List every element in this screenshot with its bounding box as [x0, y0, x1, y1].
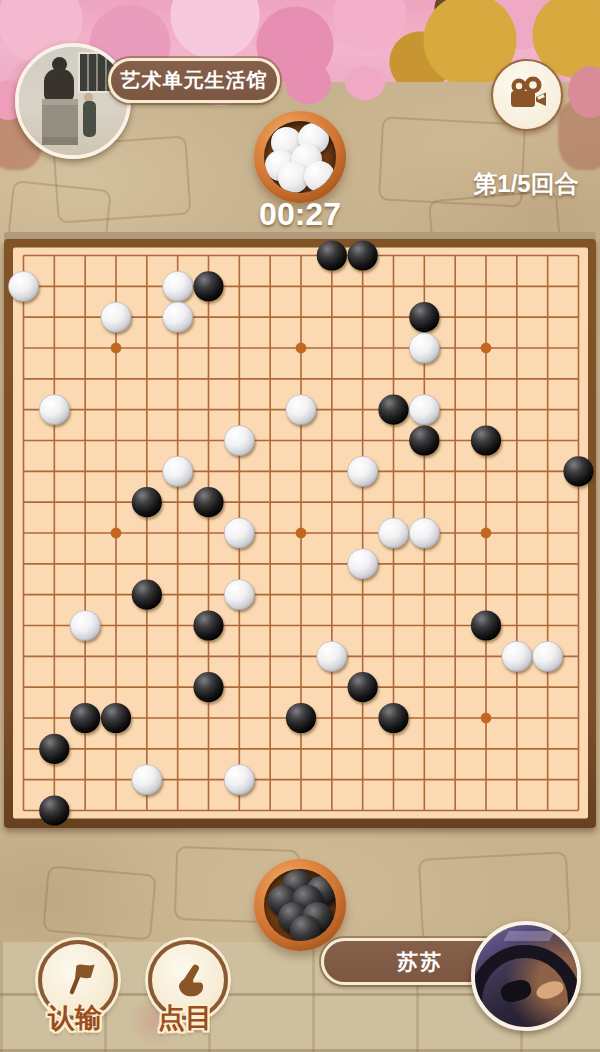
flag-icon — [58, 960, 98, 1000]
stone-white — [224, 765, 254, 795]
star-point — [296, 343, 307, 354]
stone-white — [409, 333, 439, 363]
score-label[interactable]: 点目 — [130, 1000, 240, 1036]
stone-white — [70, 610, 100, 640]
stone-white — [533, 641, 563, 671]
star-point — [111, 528, 122, 539]
stone-black — [563, 456, 593, 486]
player-name: 苏苏 — [397, 948, 443, 976]
stone-white — [39, 395, 69, 425]
star-point — [481, 528, 492, 539]
player-avatar-photo — [475, 925, 577, 1027]
stone-white — [409, 395, 439, 425]
stone-white — [224, 425, 254, 455]
stone-white — [224, 580, 254, 610]
stone-white — [348, 549, 378, 579]
stone-black — [348, 240, 378, 270]
stone-white — [348, 456, 378, 486]
star-point — [296, 528, 307, 539]
round-indicator: 第1/5回合 — [455, 168, 597, 200]
stone-black — [286, 703, 316, 733]
star-point — [481, 713, 492, 724]
white-bowl-stones — [264, 121, 336, 193]
stone-black — [70, 703, 100, 733]
black-stone-bowl — [254, 859, 346, 951]
stone-white — [8, 271, 38, 301]
stone-black — [409, 302, 439, 332]
stone-white — [378, 518, 408, 548]
black-bowl-stones — [264, 869, 336, 941]
board-grid — [4, 239, 596, 828]
resign-label[interactable]: 认输 — [20, 1000, 130, 1036]
stone-black — [378, 395, 408, 425]
star-point — [481, 343, 492, 354]
windshield-glint — [503, 931, 555, 941]
opponent-avatar[interactable] — [15, 43, 131, 159]
statue-pedestal — [42, 99, 78, 145]
stone-white — [224, 518, 254, 548]
player-avatar[interactable] — [471, 921, 581, 1031]
pointing-hand-icon — [168, 960, 208, 1000]
video-camera-icon — [506, 76, 548, 114]
stone-white — [163, 302, 193, 332]
bowl-stone-black — [290, 915, 321, 941]
person-figure — [83, 101, 96, 137]
camera-button[interactable] — [491, 59, 563, 131]
stone-white — [286, 395, 316, 425]
statue-figure — [44, 69, 74, 101]
stone-black — [132, 487, 162, 517]
stone-black — [348, 672, 378, 702]
stone-black — [409, 425, 439, 455]
white-stone-bowl — [254, 111, 346, 203]
stone-white — [132, 765, 162, 795]
stone-black — [39, 795, 69, 825]
stone-black — [193, 487, 223, 517]
stone-white — [101, 302, 131, 332]
stone-white — [163, 271, 193, 301]
stone-white — [502, 641, 532, 671]
stone-black — [193, 672, 223, 702]
stone-black — [39, 734, 69, 764]
stone-white — [409, 518, 439, 548]
stone-black — [193, 271, 223, 301]
stone-black — [101, 703, 131, 733]
stone-white — [317, 641, 347, 671]
move-timer: 00:27 — [245, 196, 355, 233]
opponent-avatar-photo — [19, 47, 127, 155]
blossom-cluster — [285, 62, 331, 104]
stone-black — [132, 580, 162, 610]
paving-crack — [42, 865, 156, 940]
blossom-cluster — [345, 66, 385, 100]
star-point — [111, 343, 122, 354]
stone-black — [471, 610, 501, 640]
stone-white — [163, 456, 193, 486]
stone-black — [317, 240, 347, 270]
stone-black — [378, 703, 408, 733]
stone-black — [193, 610, 223, 640]
go-game-screen: 艺术单元生活馆 第1/5回合 00:27 苏苏 — [0, 0, 600, 1052]
opponent-name: 艺术单元生活馆 — [121, 67, 268, 94]
stone-black — [471, 425, 501, 455]
go-board[interactable] — [4, 239, 596, 828]
bowl-stone-white — [304, 161, 335, 192]
opponent-name-plate: 艺术单元生活馆 — [108, 58, 280, 103]
